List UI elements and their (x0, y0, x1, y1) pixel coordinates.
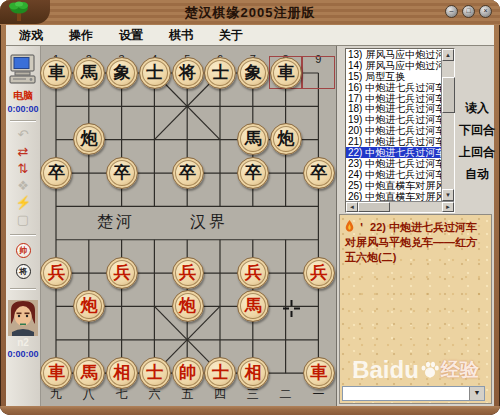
maximize-button[interactable]: □ (462, 5, 475, 18)
black-piece-icon[interactable]: 将 (16, 264, 31, 279)
flip-board-icon[interactable]: ⇅ (6, 160, 40, 177)
minimize-button[interactable]: – (445, 5, 458, 18)
piece-red-馬[interactable]: 馬 (73, 357, 105, 389)
last-move-highlight (302, 56, 335, 89)
book-list-item[interactable]: 24) 中炮进七兵过河车 (346, 169, 441, 180)
address-combobox[interactable]: ▼ (342, 386, 485, 401)
piece-black-士[interactable]: 士 (204, 57, 236, 89)
computer-label: 电脑 (13, 89, 33, 103)
piece-black-卒[interactable]: 卒 (106, 157, 138, 189)
piece-red-帥[interactable]: 帥 (172, 357, 204, 389)
piece-red-相[interactable]: 相 (106, 357, 138, 389)
piece-black-馬[interactable]: 馬 (73, 57, 105, 89)
menubar: 游戏操作设置棋书关于 (6, 25, 494, 46)
sidebar: 电脑 0:00:00 ↶⇄⇅❖⚡▢ 帅 将 n2 0:00:00 (6, 46, 41, 406)
prev-round-button[interactable]: 上回合 (459, 144, 495, 161)
menu-about[interactable]: 关于 (206, 27, 256, 44)
crosshair-cursor (283, 300, 300, 317)
book-list-item[interactable]: 18) 中炮进七兵过河车 (346, 103, 441, 114)
undo-icon: ↶ (6, 126, 40, 143)
sidebar-divider (10, 234, 36, 236)
main-content: 电脑 0:00:00 ↶⇄⇅❖⚡▢ 帅 将 n2 0:00:00 (6, 46, 494, 406)
computer-icon (9, 54, 37, 88)
piece-red-相[interactable]: 相 (237, 357, 269, 389)
xiangqi-board[interactable]: 123456789 九八七六五四三二一 楚河 汉界 車馬象士将士象車炮馬炮卒卒卒… (41, 46, 337, 406)
piece-red-炮[interactable]: 炮 (73, 290, 105, 322)
book-list-item[interactable]: 25) 中炮直横车对屏风马 (346, 180, 441, 191)
piece-red-車[interactable]: 車 (40, 357, 72, 389)
piece-black-馬[interactable]: 馬 (237, 123, 269, 155)
book-list-item[interactable]: 17) 中炮进七兵过河车 (346, 93, 441, 104)
scroll-right-arrow[interactable]: ► (442, 202, 454, 212)
load-button[interactable]: 读入 (465, 100, 489, 117)
piece-black-炮[interactable]: 炮 (73, 123, 105, 155)
sidebar-divider (10, 288, 36, 290)
piece-red-兵[interactable]: 兵 (40, 257, 72, 289)
piece-red-兵[interactable]: 兵 (172, 257, 204, 289)
sidebar-divider (10, 120, 36, 122)
piece-black-車[interactable]: 車 (40, 57, 72, 89)
auto-button[interactable]: 自动 (465, 166, 489, 183)
book-list-item[interactable]: 20) 中炮进七兵过河车 (346, 125, 441, 136)
window-controls: –□× (445, 5, 492, 18)
lightning-icon: ⚡ (6, 194, 40, 211)
piece-black-象[interactable]: 象 (106, 57, 138, 89)
window-frame (0, 406, 500, 415)
title-bar[interactable]: 楚汉棋缘2005注册版 –□× (0, 0, 500, 25)
watermark-suffix: 经验 (441, 357, 479, 383)
next-round-button[interactable]: 下回合 (459, 122, 495, 139)
piece-red-士[interactable]: 士 (139, 357, 171, 389)
computer-clock: 0:00:00 (7, 104, 38, 114)
piece-black-士[interactable]: 士 (139, 57, 171, 89)
scroll-left-arrow[interactable]: ◄ (346, 202, 358, 212)
paw-icon (420, 360, 440, 380)
piece-red-兵[interactable]: 兵 (237, 257, 269, 289)
menu-settings[interactable]: 设置 (106, 27, 156, 44)
scroll-up-arrow[interactable]: ▲ (442, 49, 454, 61)
player-clock: 0:00:00 (7, 349, 38, 359)
close-button[interactable]: × (479, 5, 492, 18)
piece-black-卒[interactable]: 卒 (40, 157, 72, 189)
red-piece-icon[interactable]: 帅 (16, 243, 31, 258)
combobox-dropdown-arrow[interactable]: ▼ (469, 387, 484, 400)
player-avatar (8, 300, 38, 336)
baidu-watermark: Baidu 经验 (340, 356, 491, 384)
opening-book-list: 13) 屏风马应中炮过河车14) 屏风马应中炮过河车15) 局型互换16) 中炮… (345, 48, 455, 213)
piece-red-兵[interactable]: 兵 (303, 257, 335, 289)
scroll-down-arrow[interactable]: ▼ (442, 189, 454, 201)
piece-black-象[interactable]: 象 (237, 57, 269, 89)
window-title: 楚汉棋缘2005注册版 (0, 4, 500, 22)
list-vertical-scrollbar[interactable]: ▲ ▼ (441, 49, 454, 201)
commentary-text: ＇ 22) 中炮进七兵过河车对屏风马平炮兑车——红方五六炮(二) (345, 220, 486, 265)
piece-red-炮[interactable]: 炮 (172, 290, 204, 322)
scrollbar-thumb[interactable] (358, 202, 390, 212)
list-horizontal-scrollbar[interactable]: ◄ ► (346, 201, 454, 212)
player-name: n2 (17, 337, 29, 348)
piece-black-車[interactable]: 車 (270, 57, 302, 89)
notes-icon: ▢ (6, 211, 40, 228)
flame-icon (345, 220, 354, 232)
piece-red-士[interactable]: 士 (204, 357, 236, 389)
book-list-item[interactable]: 22) 中炮进七兵过河车 (346, 147, 441, 158)
book-list-item[interactable]: 19) 中炮进七兵过河车 (346, 114, 441, 125)
book-list-item[interactable]: 16) 中炮进七兵过河车 (346, 82, 441, 93)
book-list-item[interactable]: 26) 中炮直横车对屏风马 (346, 191, 441, 201)
scrollbar-thumb[interactable] (442, 77, 455, 113)
piece-red-兵[interactable]: 兵 (106, 257, 138, 289)
piece-black-卒[interactable]: 卒 (237, 157, 269, 189)
menu-book[interactable]: 棋书 (156, 27, 206, 44)
piece-black-卒[interactable]: 卒 (303, 157, 335, 189)
book-panel: 13) 屏风马应中炮过河车14) 屏风马应中炮过河车15) 局型互换16) 中炮… (337, 46, 494, 406)
watermark-brand: Baidu (352, 356, 419, 384)
book-list-item[interactable]: 13) 屏风马应中炮过河车 (346, 49, 441, 60)
book-list-item[interactable]: 14) 屏风马应中炮过河车 (346, 60, 441, 71)
book-list-item[interactable]: 15) 局型互换 (346, 71, 441, 82)
commentary-panel: ＇ 22) 中炮进七兵过河车对屏风马平炮兑车——红方五六炮(二) Baidu 经… (339, 214, 492, 404)
book-list-item[interactable]: 21) 中炮进七兵过河车 (346, 136, 441, 147)
piece-red-馬[interactable]: 馬 (237, 290, 269, 322)
combobox-input[interactable] (343, 387, 469, 400)
menu-operation[interactable]: 操作 (56, 27, 106, 44)
hint-icon: ❖ (6, 177, 40, 194)
app-window: 楚汉棋缘2005注册版 –□× 游戏操作设置棋书关于 电脑 0:00:00 ↶⇄… (0, 0, 500, 415)
piece-black-炮[interactable]: 炮 (270, 123, 302, 155)
book-list-item[interactable]: 23) 中炮进七兵过河车 (346, 158, 441, 169)
piece-red-車[interactable]: 車 (303, 357, 335, 389)
piece-black-卒[interactable]: 卒 (172, 157, 204, 189)
menu-game[interactable]: 游戏 (6, 27, 56, 44)
piece-black-将[interactable]: 将 (172, 57, 204, 89)
swap-sides-icon[interactable]: ⇄ (6, 143, 40, 160)
